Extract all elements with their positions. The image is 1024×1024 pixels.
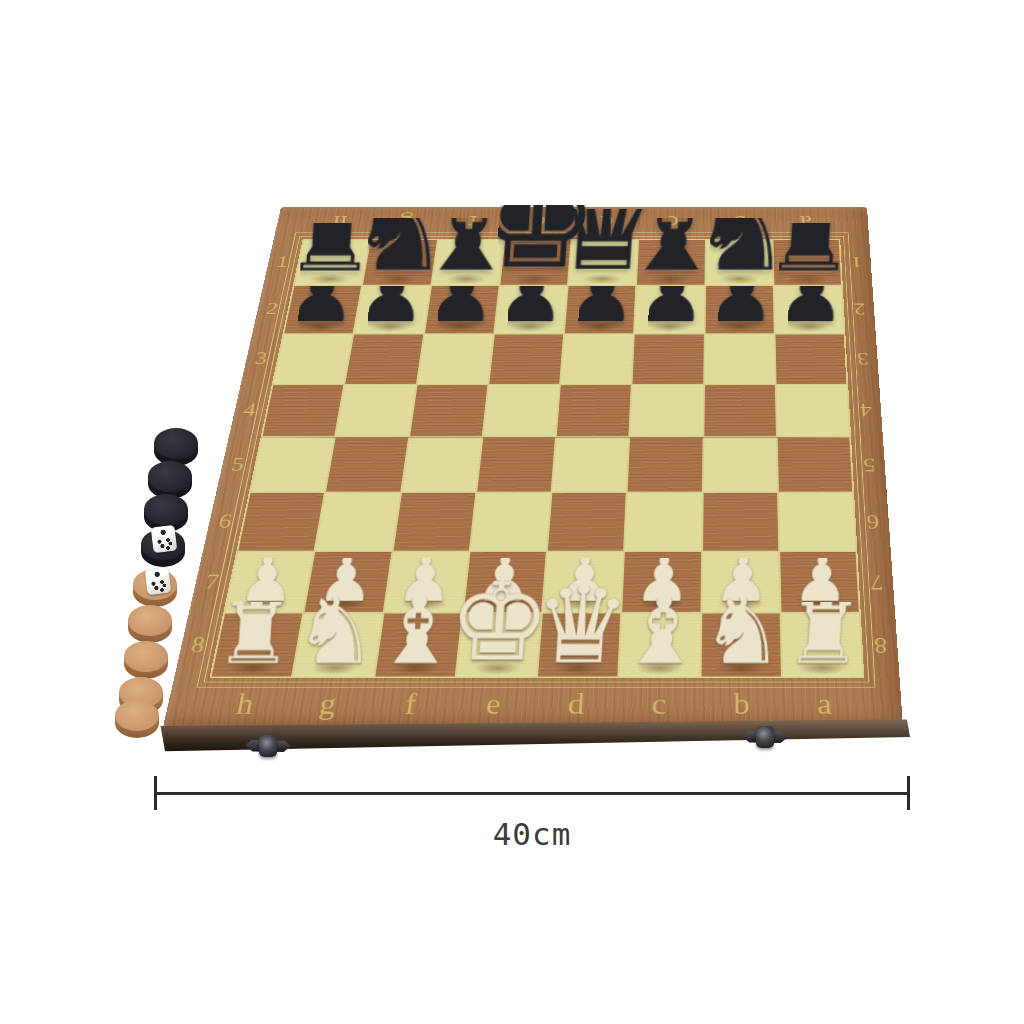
square-f6 <box>393 493 475 550</box>
checker-face <box>115 700 159 731</box>
checker-face <box>154 428 198 459</box>
checker-wood <box>115 700 159 742</box>
checker-face <box>144 494 188 525</box>
square-h2: ♟ <box>284 286 361 333</box>
square-h8: ♜ <box>212 613 303 676</box>
square-c8: ♝ <box>620 613 700 676</box>
squares-grid: ♜♞♝♚♛♝♞♜♟♟♟♟♟♟♟♟♟♟♟♟♟♟♟♟♜♞♝♚♛♝♞♜ <box>209 239 864 678</box>
square-h4 <box>263 385 344 437</box>
square-e8: ♚ <box>456 613 541 676</box>
knight-glyph: ♞ <box>291 587 381 674</box>
file-label-g: g <box>317 688 339 720</box>
metal-clasp-right <box>742 724 788 752</box>
rank-label-right-8: 8 <box>874 632 889 658</box>
square-g4 <box>336 385 415 437</box>
square-h5 <box>251 438 334 492</box>
square-b5 <box>703 438 777 492</box>
square-b2: ♟ <box>705 286 773 333</box>
rank-label-8: 8 <box>189 632 208 658</box>
rank-label-2: 2 <box>264 299 279 318</box>
file-label-f: f <box>403 688 418 720</box>
square-d5 <box>552 438 628 492</box>
chess-board: hgfedcba hgfedcba 12345678 12345678 ♜♞♝♚… <box>163 207 903 727</box>
fold-seam <box>236 437 876 438</box>
file-label-top-d: d <box>599 211 613 232</box>
rank-label-right-6: 6 <box>866 510 880 533</box>
file-label-h: h <box>234 688 257 720</box>
piece-black-pawn: ♟ <box>788 286 835 331</box>
square-d2: ♟ <box>565 286 636 333</box>
square-a8: ♜ <box>781 613 862 676</box>
piece-black-pawn: ♟ <box>647 286 694 331</box>
rook-glyph: ♜ <box>213 593 297 674</box>
square-f4 <box>410 385 488 437</box>
dimension-label: 40cm <box>154 816 910 852</box>
square-d6 <box>548 493 626 550</box>
file-label-d: d <box>567 688 585 720</box>
square-d3 <box>561 334 633 383</box>
product-photo-stage: hgfedcba hgfedcba 12345678 12345678 ♜♞♝♚… <box>0 0 1024 1024</box>
piece-black-pawn: ♟ <box>437 286 484 331</box>
square-b4 <box>704 385 776 437</box>
rank-label-5: 5 <box>229 454 246 476</box>
file-label-top-e: e <box>533 211 547 232</box>
square-c5 <box>628 438 702 492</box>
square-e3 <box>489 334 563 383</box>
square-f5 <box>402 438 482 492</box>
checker-face <box>148 461 192 492</box>
square-h3 <box>274 334 353 383</box>
rank-label-4: 4 <box>242 400 258 421</box>
square-c3 <box>633 334 704 383</box>
square-b8: ♞ <box>701 613 781 676</box>
file-label-top-a: a <box>800 211 812 232</box>
pawn-glyph: ♟ <box>494 259 568 331</box>
square-g6 <box>316 493 400 550</box>
square-a3 <box>775 334 846 383</box>
square-d4 <box>557 385 631 437</box>
piece-white-knight: ♞ <box>296 597 376 674</box>
rank-label-right-1: 1 <box>851 253 863 271</box>
square-a4 <box>776 385 849 437</box>
file-label-b: b <box>733 688 750 720</box>
square-g3 <box>346 334 423 383</box>
rank-label-6: 6 <box>216 510 233 533</box>
checker-face <box>124 641 168 672</box>
pawn-glyph: ♟ <box>284 259 358 331</box>
rank-label-right-5: 5 <box>863 454 876 476</box>
square-c4 <box>630 385 702 437</box>
square-h6 <box>238 493 324 550</box>
die-2 <box>145 567 172 596</box>
pawn-glyph: ♟ <box>774 259 848 331</box>
piece-white-bishop: ♝ <box>377 597 457 674</box>
square-f2: ♟ <box>425 286 499 333</box>
clasp-knob <box>259 735 277 757</box>
square-b3 <box>705 334 775 383</box>
piece-white-knight: ♞ <box>703 597 783 674</box>
piece-white-bishop: ♝ <box>622 597 702 674</box>
bishop-glyph: ♝ <box>373 587 463 674</box>
file-labels-bottom: hgfedcba <box>200 684 867 724</box>
square-a2: ♟ <box>774 286 843 333</box>
piece-black-pawn: ♟ <box>577 286 624 331</box>
square-c6 <box>625 493 701 550</box>
square-f3 <box>417 334 493 383</box>
rank-label-right-7: 7 <box>870 570 884 594</box>
pawn-glyph: ♟ <box>704 259 778 331</box>
die-1 <box>151 525 178 554</box>
dimension-tick-right <box>907 776 910 810</box>
piece-white-rook: ♜ <box>217 602 292 674</box>
square-c2: ♟ <box>635 286 704 333</box>
square-f8: ♝ <box>375 613 462 676</box>
square-b6 <box>703 493 778 550</box>
pawn-glyph: ♟ <box>424 259 498 331</box>
piece-white-rook: ♜ <box>787 602 862 674</box>
metal-clasp-left <box>245 733 291 761</box>
pawn-glyph: ♟ <box>354 259 428 331</box>
file-label-c: c <box>651 688 666 720</box>
square-e2: ♟ <box>495 286 567 333</box>
rook-glyph: ♜ <box>783 593 867 674</box>
checker-face <box>128 605 172 636</box>
square-e4 <box>483 385 559 437</box>
dimension-tick-left <box>154 776 157 810</box>
square-g2: ♟ <box>355 286 430 333</box>
rank-label-3: 3 <box>253 348 269 368</box>
square-a5 <box>778 438 853 492</box>
rank-label-right-2: 2 <box>854 299 866 318</box>
piece-black-pawn: ♟ <box>367 286 414 331</box>
pawn-glyph: ♟ <box>564 259 638 331</box>
square-g8: ♞ <box>293 613 382 676</box>
file-label-top-b: b <box>733 211 746 232</box>
dimension-line <box>154 792 910 795</box>
file-label-e: e <box>485 688 503 720</box>
knight-glyph: ♞ <box>699 587 789 674</box>
rank-label-right-4: 4 <box>860 400 873 421</box>
piece-black-pawn: ♟ <box>297 286 344 331</box>
piece-black-pawn: ♟ <box>717 286 764 331</box>
square-d8: ♛ <box>538 613 621 676</box>
square-a6 <box>779 493 856 550</box>
piece-black-pawn: ♟ <box>507 286 554 331</box>
square-e6 <box>471 493 551 550</box>
square-e5 <box>477 438 555 492</box>
pawn-glyph: ♟ <box>634 259 708 331</box>
queen-glyph: ♛ <box>530 575 632 674</box>
square-g5 <box>326 438 408 492</box>
file-label-a: a <box>817 688 833 720</box>
piece-white-queen: ♛ <box>535 586 626 674</box>
rank-label-right-3: 3 <box>857 348 870 368</box>
clasp-knob <box>756 726 774 748</box>
file-label-top-c: c <box>667 211 679 232</box>
